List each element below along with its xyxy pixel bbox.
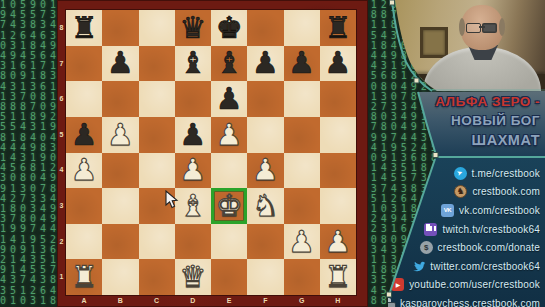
- white-piece-h1: ♜: [324, 262, 351, 292]
- chess-board: ♜♛♚♜♟♝♝♟♟♟♟♟♟♟♟♟♟♟♝♚♞♟♟♜♛♜: [66, 10, 356, 295]
- donate-icon: [420, 241, 433, 254]
- square-f2[interactable]: [247, 224, 283, 260]
- vk-icon: [441, 204, 454, 217]
- link-kasparovchess[interactable]: kasparovchess.crestbook.com: [388, 294, 545, 307]
- rank-label-7: 7: [57, 60, 66, 67]
- white-piece-d3: ♝: [179, 191, 206, 221]
- square-c5[interactable]: [139, 117, 175, 153]
- square-g4[interactable]: [284, 153, 320, 189]
- black-piece-d7: ♝: [179, 48, 206, 78]
- presenter-glasses: [466, 23, 481, 33]
- square-d4[interactable]: ♟: [175, 153, 211, 189]
- square-c8[interactable]: [139, 10, 175, 46]
- square-c2[interactable]: [139, 224, 175, 260]
- square-h7[interactable]: ♟: [320, 46, 356, 82]
- square-a4[interactable]: ♟: [66, 153, 102, 189]
- square-f4[interactable]: ♟: [247, 153, 283, 189]
- file-label-g: G: [284, 297, 320, 304]
- black-piece-h8: ♜: [324, 13, 351, 43]
- square-c4[interactable]: [139, 153, 175, 189]
- white-piece-a1: ♜: [71, 262, 98, 292]
- square-b4[interactable]: [102, 153, 138, 189]
- square-g8[interactable]: [284, 10, 320, 46]
- black-piece-b7: ♟: [107, 48, 134, 78]
- square-d5[interactable]: ♟: [175, 117, 211, 153]
- square-f8[interactable]: [247, 10, 283, 46]
- white-piece-h2: ♟: [324, 227, 351, 257]
- square-e8[interactable]: ♚: [211, 10, 247, 46]
- white-piece-d4: ♟: [179, 155, 206, 185]
- square-a8[interactable]: ♜: [66, 10, 102, 46]
- square-f3[interactable]: ♞: [247, 188, 283, 224]
- square-b1[interactable]: [102, 259, 138, 295]
- black-piece-e8: ♚: [216, 13, 243, 43]
- white-piece-f3: ♞: [252, 191, 279, 221]
- link-twitter[interactable]: twitter.com/crestbook64: [388, 257, 545, 276]
- white-piece-a4: ♟: [71, 155, 98, 185]
- square-b2[interactable]: [102, 224, 138, 260]
- telegram-icon: [454, 167, 467, 180]
- black-piece-d5: ♟: [179, 120, 206, 150]
- square-e1[interactable]: [211, 259, 247, 295]
- square-d8[interactable]: ♛: [175, 10, 211, 46]
- wall-picture: [420, 27, 448, 58]
- link-donate[interactable]: crestbook.com/donate: [388, 238, 545, 257]
- square-e4[interactable]: [211, 153, 247, 189]
- square-e6[interactable]: ♟: [211, 81, 247, 117]
- rank-label-5: 5: [57, 131, 66, 138]
- file-label-h: H: [320, 297, 356, 304]
- white-piece-e5: ♟: [216, 120, 243, 150]
- square-g5[interactable]: [284, 117, 320, 153]
- link-youtube[interactable]: youtube.com/user/crestbook: [388, 276, 545, 295]
- square-d6[interactable]: [175, 81, 211, 117]
- black-piece-a5: ♟: [71, 120, 98, 150]
- square-b3[interactable]: [102, 188, 138, 224]
- square-f5[interactable]: [247, 117, 283, 153]
- black-piece-a8: ♜: [71, 13, 98, 43]
- white-piece-d1: ♛: [179, 262, 206, 292]
- square-f7[interactable]: ♟: [247, 46, 283, 82]
- square-g2[interactable]: ♟: [284, 224, 320, 260]
- rank-label-4: 4: [57, 166, 66, 173]
- square-b8[interactable]: [102, 10, 138, 46]
- file-label-f: F: [247, 297, 283, 304]
- square-h5[interactable]: [320, 117, 356, 153]
- rank-label-3: 3: [57, 202, 66, 209]
- square-a3[interactable]: [66, 188, 102, 224]
- square-h2[interactable]: ♟: [320, 224, 356, 260]
- black-piece-g7: ♟: [288, 48, 315, 78]
- rank-label-8: 8: [57, 24, 66, 31]
- presenter-glasses: [479, 26, 485, 28]
- white-piece-g2: ♟: [288, 227, 315, 257]
- square-g1[interactable]: [284, 259, 320, 295]
- white-piece-f4: ♟: [252, 155, 279, 185]
- rank-label-6: 6: [57, 95, 66, 102]
- file-label-a: A: [66, 297, 102, 304]
- square-c1[interactable]: [139, 259, 175, 295]
- black-piece-d8: ♛: [179, 13, 206, 43]
- square-h4[interactable]: [320, 153, 356, 189]
- square-g3[interactable]: [284, 188, 320, 224]
- square-a5[interactable]: ♟: [66, 117, 102, 153]
- square-h6[interactable]: [320, 81, 356, 117]
- rank-label-1: 1: [57, 273, 66, 280]
- black-piece-e6: ♟: [216, 84, 243, 114]
- twitch-icon: [424, 223, 437, 236]
- black-piece-f7: ♟: [252, 48, 279, 78]
- square-f1[interactable]: [247, 259, 283, 295]
- rank-label-2: 2: [57, 238, 66, 245]
- square-a6[interactable]: [66, 81, 102, 117]
- square-g7[interactable]: ♟: [284, 46, 320, 82]
- twitter-icon: [412, 260, 425, 273]
- square-g6[interactable]: [284, 81, 320, 117]
- square-h3[interactable]: [320, 188, 356, 224]
- mouse-cursor-icon: [165, 190, 179, 213]
- square-e5[interactable]: ♟: [211, 117, 247, 153]
- square-h1[interactable]: ♜: [320, 259, 356, 295]
- square-a7[interactable]: [66, 46, 102, 82]
- file-label-c: C: [139, 297, 175, 304]
- presenter-hair: [459, 18, 465, 36]
- black-piece-e7: ♝: [216, 48, 243, 78]
- square-h8[interactable]: ♜: [320, 10, 356, 46]
- square-d1[interactable]: ♛: [175, 259, 211, 295]
- square-b7[interactable]: ♟: [102, 46, 138, 82]
- square-a1[interactable]: ♜: [66, 259, 102, 295]
- white-piece-e3: ♚: [216, 191, 243, 221]
- file-label-d: D: [175, 297, 211, 304]
- square-f6[interactable]: [247, 81, 283, 117]
- square-b6[interactable]: [102, 81, 138, 117]
- square-d7[interactable]: ♝: [175, 46, 211, 82]
- square-b5[interactable]: ♟: [102, 117, 138, 153]
- file-label-e: E: [211, 297, 247, 304]
- square-c6[interactable]: [139, 81, 175, 117]
- square-e2[interactable]: [211, 224, 247, 260]
- black-piece-h7: ♟: [324, 48, 351, 78]
- square-e7[interactable]: ♝: [211, 46, 247, 82]
- square-d2[interactable]: [175, 224, 211, 260]
- crestbook-site-icon: [454, 185, 467, 198]
- square-d3[interactable]: ♝: [175, 188, 211, 224]
- banner-line-1: АЛЬФА ЗЕРО -: [405, 94, 540, 109]
- presenter-hair: [499, 18, 505, 36]
- white-piece-b5: ♟: [107, 120, 134, 150]
- square-c7[interactable]: [139, 46, 175, 82]
- square-a2[interactable]: [66, 224, 102, 260]
- square-e3[interactable]: ♚: [211, 188, 247, 224]
- file-label-b: B: [102, 297, 138, 304]
- board-frame: ♜♛♚♜♟♝♝♟♟♟♟♟♟♟♟♟♟♟♝♚♞♟♟♜♛♜ 87654321 ABCD…: [57, 0, 368, 307]
